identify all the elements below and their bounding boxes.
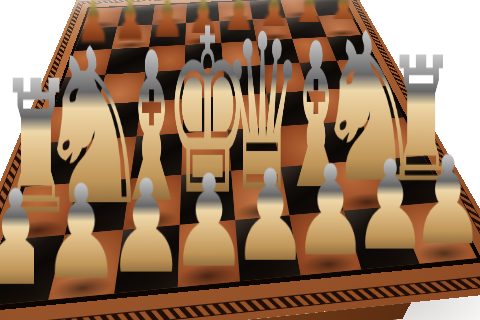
square-b1: ♟ xyxy=(49,230,123,300)
square-a1: ♟ xyxy=(0,235,65,307)
square-c1: ♟ xyxy=(114,225,180,294)
square-d1: ♟ xyxy=(178,220,240,287)
scene: ♜♞♝♚♛♝♞♜♟♟♟♟♟♟♟♟♜♞♝♚♛♝♞♜♟♟♟♟♟♟♟♟ xyxy=(0,0,480,320)
chess-board: ♜♞♝♚♛♝♞♜♟♟♟♟♟♟♟♟♜♞♝♚♛♝♞♜♟♟♟♟♟♟♟♟ xyxy=(0,0,480,320)
photo-stage: ♜♞♝♚♛♝♞♜♟♟♟♟♟♟♟♟♜♞♝♚♛♝♞♜♟♟♟♟♟♟♟♟ xyxy=(0,0,480,320)
board-grid: ♜♞♝♚♛♝♞♜♟♟♟♟♟♟♟♟♜♞♝♚♛♝♞♜♟♟♟♟♟♟♟♟ xyxy=(0,0,480,313)
board-face: ♜♞♝♚♛♝♞♜♟♟♟♟♟♟♟♟♜♞♝♚♛♝♞♜♟♟♟♟♟♟♟♟ xyxy=(0,0,480,320)
piece-white-pawn: ♟ xyxy=(0,177,56,302)
